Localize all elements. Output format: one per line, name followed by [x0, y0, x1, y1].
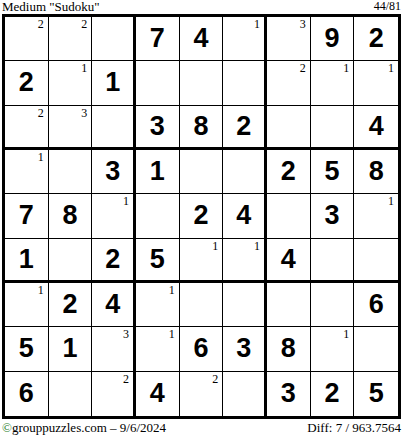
cell-r2c8[interactable]: 1	[311, 61, 355, 105]
header: Medium "Sudoku" 44/81	[0, 0, 403, 14]
pencil-mark: 1	[38, 151, 44, 164]
cell-r8c8[interactable]: 1	[311, 327, 355, 371]
cell-r6c3[interactable]: 2	[92, 239, 136, 283]
given-digit: 4	[92, 283, 133, 326]
cell-r6c2[interactable]	[49, 239, 93, 283]
given-digit: 2	[5, 61, 48, 104]
copyright-icon: ©	[2, 420, 12, 435]
given-digit: 3	[311, 194, 354, 237]
cell-r3c7[interactable]	[267, 106, 311, 150]
given-digit: 2	[267, 150, 310, 193]
cell-r8c6[interactable]: 3	[223, 327, 267, 371]
cell-r3c6[interactable]: 2	[223, 106, 267, 150]
pencil-mark: 1	[169, 284, 175, 297]
cell-r5c4[interactable]	[136, 194, 180, 238]
pencil-mark: 1	[254, 18, 260, 31]
pencil-mark: 3	[81, 107, 87, 120]
given-digit: 2	[49, 283, 92, 326]
given-digit: 6	[180, 327, 223, 370]
page-title: Medium "Sudoku"	[2, 0, 100, 13]
cell-r5c5[interactable]: 2	[180, 194, 224, 238]
site-and-date: grouppuzzles.com – 9/6/2024	[12, 420, 166, 435]
given-digit: 4	[180, 17, 223, 60]
cell-r8c5[interactable]: 6	[180, 327, 224, 371]
cell-r2c9[interactable]: 1	[354, 61, 398, 105]
given-digit: 8	[49, 194, 92, 237]
cell-r3c2[interactable]: 3	[49, 106, 93, 150]
given-digit: 2	[311, 372, 354, 416]
cell-r6c1[interactable]: 1	[5, 239, 49, 283]
given-digit: 1	[92, 61, 133, 104]
cell-r1c2[interactable]: 2	[49, 17, 93, 61]
cell-r1c7[interactable]: 3	[267, 17, 311, 61]
cell-r1c9[interactable]: 2	[354, 17, 398, 61]
given-digit: 1	[5, 239, 48, 280]
pencil-mark: 1	[123, 195, 129, 208]
cell-r9c4[interactable]: 4	[136, 372, 180, 416]
cell-r7c1[interactable]: 1	[5, 283, 49, 327]
cell-r5c6[interactable]: 4	[223, 194, 267, 238]
cell-r2c7[interactable]: 2	[267, 61, 311, 105]
pencil-mark: 2	[212, 373, 218, 386]
cell-r9c5[interactable]: 2	[180, 372, 224, 416]
cell-r1c5[interactable]: 4	[180, 17, 224, 61]
given-digit: 3	[223, 327, 264, 370]
cell-r7c2[interactable]: 2	[49, 283, 93, 327]
cell-r4c9[interactable]: 8	[354, 150, 398, 194]
cell-r5c3[interactable]: 1	[92, 194, 136, 238]
cell-r2c4[interactable]	[136, 61, 180, 105]
given-digit: 3	[267, 372, 310, 416]
cell-r8c1[interactable]: 5	[5, 327, 49, 371]
pencil-mark: 1	[81, 62, 87, 75]
pencil-mark: 2	[300, 62, 306, 75]
cell-r9c8[interactable]: 2	[311, 372, 355, 416]
pencil-mark: 1	[169, 328, 175, 341]
cell-r7c7[interactable]	[267, 283, 311, 327]
cell-r4c1[interactable]: 1	[5, 150, 49, 194]
given-digit: 4	[354, 106, 398, 147]
given-digit: 5	[311, 150, 354, 193]
given-digit: 1	[49, 327, 92, 370]
sudoku-board: 2274139221121123382413125878124311251141…	[2, 14, 401, 419]
pencil-mark: 2	[38, 107, 44, 120]
cell-r5c8[interactable]: 3	[311, 194, 355, 238]
pencil-mark: 1	[343, 328, 349, 341]
given-digit: 9	[311, 17, 354, 60]
given-digit: 7	[5, 194, 48, 237]
given-digit: 2	[92, 239, 133, 280]
cell-r4c2[interactable]	[49, 150, 93, 194]
given-digit: 7	[136, 17, 179, 60]
cell-r8c9[interactable]	[354, 327, 398, 371]
footer: ©grouppuzzles.com – 9/6/2024 Diff: 7 / 9…	[0, 419, 403, 437]
cell-r7c4[interactable]: 1	[136, 283, 180, 327]
cell-r3c8[interactable]	[311, 106, 355, 150]
cell-r6c7[interactable]: 4	[267, 239, 311, 283]
cell-r5c1[interactable]: 7	[5, 194, 49, 238]
given-digit: 5	[136, 239, 179, 280]
given-digit: 4	[136, 372, 179, 416]
given-digit: 6	[5, 372, 48, 416]
cell-r7c9[interactable]: 6	[354, 283, 398, 327]
cell-r9c2[interactable]	[49, 372, 93, 416]
given-digit: 3	[136, 106, 179, 147]
cell-r2c1[interactable]: 2	[5, 61, 49, 105]
cell-r4c8[interactable]: 5	[311, 150, 355, 194]
cell-r1c6[interactable]: 1	[223, 17, 267, 61]
cell-r1c8[interactable]: 9	[311, 17, 355, 61]
cell-r4c7[interactable]: 2	[267, 150, 311, 194]
cell-r5c7[interactable]	[267, 194, 311, 238]
cell-r8c4[interactable]: 1	[136, 327, 180, 371]
given-digit: 4	[267, 239, 310, 280]
cell-r9c1[interactable]: 6	[5, 372, 49, 416]
cell-r8c3[interactable]: 3	[92, 327, 136, 371]
cell-r4c5[interactable]	[180, 150, 224, 194]
pencil-mark: 2	[38, 18, 44, 31]
cell-r6c5[interactable]: 1	[180, 239, 224, 283]
given-digit: 1	[136, 150, 179, 193]
cell-r2c3[interactable]: 1	[92, 61, 136, 105]
cell-r6c8[interactable]	[311, 239, 355, 283]
cell-r4c6[interactable]	[223, 150, 267, 194]
cells-remaining-counter: 44/81	[374, 0, 401, 13]
given-digit: 2	[354, 17, 398, 60]
cell-r8c7[interactable]: 8	[267, 327, 311, 371]
difficulty-label: Diff: 7 / 963.7564	[307, 420, 401, 436]
cell-r9c7[interactable]: 3	[267, 372, 311, 416]
cell-r9c3[interactable]: 2	[92, 372, 136, 416]
given-digit: 6	[354, 283, 398, 326]
cell-r4c4[interactable]: 1	[136, 150, 180, 194]
given-digit: 5	[354, 372, 398, 416]
given-digit: 8	[354, 150, 398, 193]
copyright-line: ©grouppuzzles.com – 9/6/2024	[2, 420, 166, 436]
cell-r9c6[interactable]	[223, 372, 267, 416]
pencil-mark: 3	[300, 18, 306, 31]
pencil-mark: 2	[123, 373, 129, 386]
given-digit: 8	[180, 106, 223, 147]
cell-r3c9[interactable]: 4	[354, 106, 398, 150]
cell-r8c2[interactable]: 1	[49, 327, 93, 371]
cell-r2c5[interactable]	[180, 61, 224, 105]
cell-r6c9[interactable]	[354, 239, 398, 283]
pencil-mark: 1	[388, 195, 394, 208]
pencil-mark: 2	[81, 18, 87, 31]
pencil-mark: 1	[343, 62, 349, 75]
pencil-mark: 1	[254, 240, 260, 253]
cell-r2c6[interactable]	[223, 61, 267, 105]
cell-r1c4[interactable]: 7	[136, 17, 180, 61]
cell-r3c5[interactable]: 8	[180, 106, 224, 150]
cell-r5c2[interactable]: 8	[49, 194, 93, 238]
given-digit: 2	[223, 106, 264, 147]
cell-r1c3[interactable]	[92, 17, 136, 61]
pencil-mark: 3	[123, 328, 129, 341]
given-digit: 4	[223, 194, 264, 237]
cell-r7c6[interactable]	[223, 283, 267, 327]
pencil-mark: 1	[212, 240, 218, 253]
cell-r3c4[interactable]: 3	[136, 106, 180, 150]
given-digit: 5	[5, 327, 48, 370]
pencil-mark: 1	[388, 62, 394, 75]
given-digit: 8	[267, 327, 310, 370]
cell-r7c8[interactable]	[311, 283, 355, 327]
cell-r6c4[interactable]: 5	[136, 239, 180, 283]
given-digit: 3	[92, 150, 133, 193]
sudoku-page: Medium "Sudoku" 44/81 227413922112112338…	[0, 0, 403, 437]
cell-r5c9[interactable]: 1	[354, 194, 398, 238]
cell-r1c1[interactable]: 2	[5, 17, 49, 61]
cell-r2c2[interactable]: 1	[49, 61, 93, 105]
cell-r6c6[interactable]: 1	[223, 239, 267, 283]
given-digit: 2	[180, 194, 223, 237]
cell-r3c3[interactable]	[92, 106, 136, 150]
pencil-mark: 1	[38, 284, 44, 297]
cell-r7c5[interactable]	[180, 283, 224, 327]
cell-r3c1[interactable]: 2	[5, 106, 49, 150]
cell-r4c3[interactable]: 3	[92, 150, 136, 194]
cell-r7c3[interactable]: 4	[92, 283, 136, 327]
cell-r9c9[interactable]: 5	[354, 372, 398, 416]
